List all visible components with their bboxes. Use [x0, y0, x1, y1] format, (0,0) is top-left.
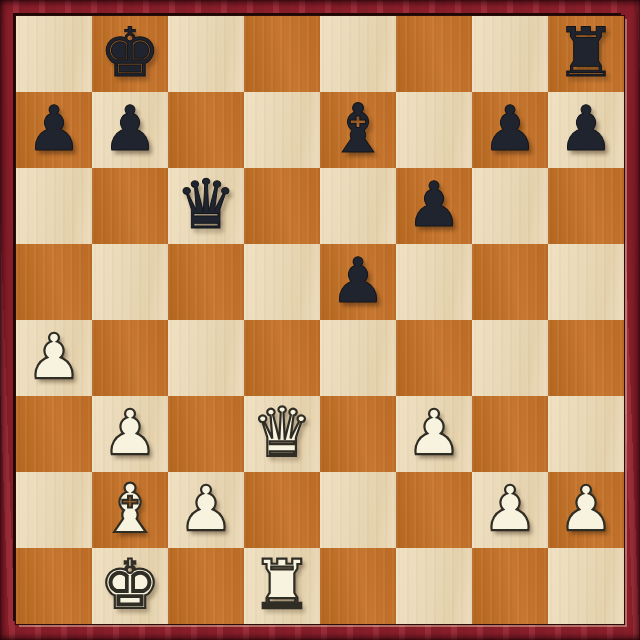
square-e6[interactable]	[320, 168, 396, 244]
square-c5[interactable]	[168, 244, 244, 320]
white-pawn[interactable]: ♟	[26, 326, 82, 388]
square-g3[interactable]	[472, 396, 548, 472]
white-rook[interactable]: ♜	[252, 551, 313, 619]
board-frame: ♚♜♟♟♝♟♟♛♟♟♟♟♛♟♝♟♟♟♚♜	[0, 0, 640, 640]
square-d5[interactable]	[244, 244, 320, 320]
white-pawn[interactable]: ♟	[482, 478, 538, 540]
square-a7[interactable]: ♟	[16, 92, 92, 168]
square-g1[interactable]	[472, 548, 548, 624]
square-e8[interactable]	[320, 16, 396, 92]
square-c7[interactable]	[168, 92, 244, 168]
black-pawn[interactable]: ♟	[406, 174, 462, 236]
black-pawn[interactable]: ♟	[482, 98, 538, 160]
square-g7[interactable]: ♟	[472, 92, 548, 168]
square-h5[interactable]	[548, 244, 624, 320]
white-pawn[interactable]: ♟	[406, 402, 462, 464]
square-g4[interactable]	[472, 320, 548, 396]
square-d2[interactable]	[244, 472, 320, 548]
square-b4[interactable]	[92, 320, 168, 396]
white-pawn[interactable]: ♟	[102, 402, 158, 464]
white-bishop[interactable]: ♝	[100, 475, 161, 543]
square-f3[interactable]: ♟	[396, 396, 472, 472]
square-f1[interactable]	[396, 548, 472, 624]
square-e1[interactable]	[320, 548, 396, 624]
square-f6[interactable]: ♟	[396, 168, 472, 244]
square-e2[interactable]	[320, 472, 396, 548]
square-d3[interactable]: ♛	[244, 396, 320, 472]
square-h6[interactable]	[548, 168, 624, 244]
square-f8[interactable]	[396, 16, 472, 92]
white-pawn[interactable]: ♟	[178, 478, 234, 540]
square-f7[interactable]	[396, 92, 472, 168]
square-e7[interactable]: ♝	[320, 92, 396, 168]
square-d1[interactable]: ♜	[244, 548, 320, 624]
square-c6[interactable]: ♛	[168, 168, 244, 244]
black-queen[interactable]: ♛	[176, 171, 237, 239]
chess-board: ♚♜♟♟♝♟♟♛♟♟♟♟♛♟♝♟♟♟♚♜	[16, 16, 624, 624]
white-queen[interactable]: ♛	[252, 399, 313, 467]
square-a2[interactable]	[16, 472, 92, 548]
square-g2[interactable]: ♟	[472, 472, 548, 548]
square-b1[interactable]: ♚	[92, 548, 168, 624]
square-b5[interactable]	[92, 244, 168, 320]
square-c3[interactable]	[168, 396, 244, 472]
square-c8[interactable]	[168, 16, 244, 92]
square-g5[interactable]	[472, 244, 548, 320]
black-king[interactable]: ♚	[100, 19, 161, 87]
square-b6[interactable]	[92, 168, 168, 244]
square-h8[interactable]: ♜	[548, 16, 624, 92]
black-pawn[interactable]: ♟	[330, 250, 386, 312]
square-b8[interactable]: ♚	[92, 16, 168, 92]
black-pawn[interactable]: ♟	[102, 98, 158, 160]
square-a3[interactable]	[16, 396, 92, 472]
square-c1[interactable]	[168, 548, 244, 624]
square-d7[interactable]	[244, 92, 320, 168]
square-e5[interactable]: ♟	[320, 244, 396, 320]
square-g8[interactable]	[472, 16, 548, 92]
square-e4[interactable]	[320, 320, 396, 396]
square-e3[interactable]	[320, 396, 396, 472]
square-h7[interactable]: ♟	[548, 92, 624, 168]
square-h4[interactable]	[548, 320, 624, 396]
square-h3[interactable]	[548, 396, 624, 472]
black-bishop[interactable]: ♝	[328, 95, 389, 163]
square-f2[interactable]	[396, 472, 472, 548]
square-b2[interactable]: ♝	[92, 472, 168, 548]
square-g6[interactable]	[472, 168, 548, 244]
square-h1[interactable]	[548, 548, 624, 624]
square-d6[interactable]	[244, 168, 320, 244]
square-a5[interactable]	[16, 244, 92, 320]
square-a4[interactable]: ♟	[16, 320, 92, 396]
white-pawn[interactable]: ♟	[558, 478, 614, 540]
square-a1[interactable]	[16, 548, 92, 624]
square-h2[interactable]: ♟	[548, 472, 624, 548]
square-a6[interactable]	[16, 168, 92, 244]
square-d4[interactable]	[244, 320, 320, 396]
square-a8[interactable]	[16, 16, 92, 92]
square-b7[interactable]: ♟	[92, 92, 168, 168]
black-rook[interactable]: ♜	[556, 19, 617, 87]
square-d8[interactable]	[244, 16, 320, 92]
white-king[interactable]: ♚	[100, 551, 161, 619]
square-c4[interactable]	[168, 320, 244, 396]
square-b3[interactable]: ♟	[92, 396, 168, 472]
black-pawn[interactable]: ♟	[558, 98, 614, 160]
black-pawn[interactable]: ♟	[26, 98, 82, 160]
square-f5[interactable]	[396, 244, 472, 320]
square-c2[interactable]: ♟	[168, 472, 244, 548]
square-f4[interactable]	[396, 320, 472, 396]
